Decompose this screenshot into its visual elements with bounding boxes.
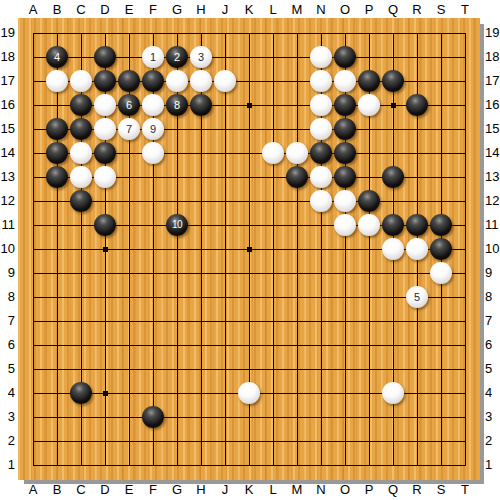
- col-label-top-P: P: [357, 2, 381, 18]
- stone-black-E17: [118, 70, 140, 92]
- col-label-top-S: S: [429, 2, 453, 18]
- stone-black-B15: [46, 118, 68, 140]
- stone-white-N17: [310, 70, 332, 92]
- star-point-D10: [103, 247, 108, 252]
- col-label-bottom-C: C: [69, 482, 93, 498]
- stone-black-B13: [46, 166, 68, 188]
- stone-white-G17: [166, 70, 188, 92]
- stone-white-P11: [358, 214, 380, 236]
- row-label-left-15: 15: [0, 121, 15, 137]
- col-label-bottom-M: M: [285, 482, 309, 498]
- stone-black-C16: [70, 94, 92, 116]
- col-label-top-J: J: [213, 2, 237, 18]
- row-label-left-5: 5: [0, 361, 15, 377]
- move-number-4: 4: [54, 52, 60, 63]
- row-label-right-7: 7: [485, 313, 500, 329]
- col-label-bottom-B: B: [45, 482, 69, 498]
- move-number-6: 6: [126, 100, 132, 111]
- row-label-left-18: 18: [0, 49, 15, 65]
- stone-white-D16: [94, 94, 116, 116]
- col-label-bottom-S: S: [429, 482, 453, 498]
- stone-black-F3: [142, 406, 164, 428]
- row-label-left-19: 19: [0, 25, 15, 41]
- col-label-top-C: C: [69, 2, 93, 18]
- row-label-left-4: 4: [0, 385, 15, 401]
- row-label-left-3: 3: [0, 409, 15, 425]
- stone-white-C14: [70, 142, 92, 164]
- stone-white-P16: [358, 94, 380, 116]
- col-label-top-E: E: [117, 2, 141, 18]
- stone-white-D15: [94, 118, 116, 140]
- stone-black-D11: [94, 214, 116, 236]
- stone-white-N18: [310, 46, 332, 68]
- row-label-left-12: 12: [0, 193, 15, 209]
- stone-black-P17: [358, 70, 380, 92]
- col-label-bottom-G: G: [165, 482, 189, 498]
- stone-white-S9: [430, 262, 452, 284]
- stone-black-O14: [334, 142, 356, 164]
- col-label-bottom-F: F: [141, 482, 165, 498]
- stone-white-N16: [310, 94, 332, 116]
- stone-white-E15: 7: [118, 118, 140, 140]
- col-label-top-M: M: [285, 2, 309, 18]
- row-label-left-13: 13: [0, 169, 15, 185]
- stone-white-J17: [214, 70, 236, 92]
- move-number-1: 1: [150, 52, 156, 63]
- stone-white-F18: 1: [142, 46, 164, 68]
- row-label-right-10: 10: [485, 241, 500, 257]
- stone-white-F14: [142, 142, 164, 164]
- stone-white-K4: [238, 382, 260, 404]
- col-label-top-Q: Q: [381, 2, 405, 18]
- col-label-top-T: T: [453, 2, 477, 18]
- stone-white-N13: [310, 166, 332, 188]
- row-label-left-17: 17: [0, 73, 15, 89]
- star-point-Q16: [391, 103, 396, 108]
- star-point-D4: [103, 391, 108, 396]
- stone-black-C15: [70, 118, 92, 140]
- row-label-right-12: 12: [485, 193, 500, 209]
- stone-black-S10: [430, 238, 452, 260]
- stone-white-O12: [334, 190, 356, 212]
- col-label-bottom-L: L: [261, 482, 285, 498]
- stone-white-C13: [70, 166, 92, 188]
- row-label-right-16: 16: [485, 97, 500, 113]
- stone-black-B14: [46, 142, 68, 164]
- stone-black-D14: [94, 142, 116, 164]
- stone-white-C17: [70, 70, 92, 92]
- stone-black-F17: [142, 70, 164, 92]
- star-point-K16: [247, 103, 252, 108]
- col-label-bottom-O: O: [333, 482, 357, 498]
- col-label-bottom-A: A: [21, 482, 45, 498]
- col-label-top-D: D: [93, 2, 117, 18]
- go-diagram-page: 41236879105 AABBCCDDEEFFGGHHJJKKLLMMNNOO…: [0, 0, 500, 500]
- col-label-top-H: H: [189, 2, 213, 18]
- row-label-right-18: 18: [485, 49, 500, 65]
- stone-black-G11: 10: [166, 214, 188, 236]
- col-label-top-F: F: [141, 2, 165, 18]
- stone-black-Q17: [382, 70, 404, 92]
- row-label-right-1: 1: [485, 457, 500, 473]
- col-label-bottom-R: R: [405, 482, 429, 498]
- stone-white-H18: 3: [190, 46, 212, 68]
- row-label-right-13: 13: [485, 169, 500, 185]
- row-label-right-11: 11: [485, 217, 500, 233]
- stone-black-R16: [406, 94, 428, 116]
- stone-white-Q10: [382, 238, 404, 260]
- row-label-left-11: 11: [0, 217, 15, 233]
- row-label-right-19: 19: [485, 25, 500, 41]
- go-board[interactable]: 41236879105: [18, 18, 480, 480]
- col-label-bottom-T: T: [453, 482, 477, 498]
- row-label-right-15: 15: [485, 121, 500, 137]
- stone-black-R11: [406, 214, 428, 236]
- stone-black-B18: 4: [46, 46, 68, 68]
- move-number-7: 7: [126, 124, 132, 135]
- col-label-top-K: K: [237, 2, 261, 18]
- stone-black-D18: [94, 46, 116, 68]
- stone-white-F15: 9: [142, 118, 164, 140]
- col-label-top-B: B: [45, 2, 69, 18]
- row-label-right-8: 8: [485, 289, 500, 305]
- row-label-left-16: 16: [0, 97, 15, 113]
- col-label-top-N: N: [309, 2, 333, 18]
- col-label-top-G: G: [165, 2, 189, 18]
- stone-white-L14: [262, 142, 284, 164]
- row-label-right-2: 2: [485, 433, 500, 449]
- row-label-left-10: 10: [0, 241, 15, 257]
- row-label-left-6: 6: [0, 337, 15, 353]
- stone-black-D17: [94, 70, 116, 92]
- row-label-left-9: 9: [0, 265, 15, 281]
- col-label-bottom-Q: Q: [381, 482, 405, 498]
- row-label-right-17: 17: [485, 73, 500, 89]
- col-label-bottom-E: E: [117, 482, 141, 498]
- stone-white-N15: [310, 118, 332, 140]
- stone-black-N14: [310, 142, 332, 164]
- stone-white-R8: 5: [406, 286, 428, 308]
- stone-black-Q13: [382, 166, 404, 188]
- stone-white-B17: [46, 70, 68, 92]
- col-label-bottom-P: P: [357, 482, 381, 498]
- stone-white-H17: [190, 70, 212, 92]
- stone-black-O15: [334, 118, 356, 140]
- stone-black-C12: [70, 190, 92, 212]
- stone-black-G16: 8: [166, 94, 188, 116]
- stone-black-G18: 2: [166, 46, 188, 68]
- stone-white-D13: [94, 166, 116, 188]
- col-label-bottom-D: D: [93, 482, 117, 498]
- move-number-10: 10: [172, 220, 182, 230]
- stone-black-O18: [334, 46, 356, 68]
- row-label-left-7: 7: [0, 313, 15, 329]
- stone-black-S11: [430, 214, 452, 236]
- stone-black-H16: [190, 94, 212, 116]
- col-label-top-A: A: [21, 2, 45, 18]
- row-label-right-6: 6: [485, 337, 500, 353]
- stone-black-O16: [334, 94, 356, 116]
- stone-black-O13: [334, 166, 356, 188]
- stone-black-C4: [70, 382, 92, 404]
- stone-white-M14: [286, 142, 308, 164]
- stone-white-N12: [310, 190, 332, 212]
- col-label-bottom-K: K: [237, 482, 261, 498]
- stone-black-P12: [358, 190, 380, 212]
- col-label-top-O: O: [333, 2, 357, 18]
- row-label-left-1: 1: [0, 457, 15, 473]
- stone-white-F16: [142, 94, 164, 116]
- col-label-bottom-H: H: [189, 482, 213, 498]
- col-label-top-R: R: [405, 2, 429, 18]
- move-number-3: 3: [198, 52, 204, 63]
- move-number-5: 5: [414, 292, 420, 303]
- row-label-right-3: 3: [485, 409, 500, 425]
- move-number-2: 2: [174, 52, 180, 63]
- move-number-8: 8: [174, 100, 180, 111]
- stone-white-O17: [334, 70, 356, 92]
- col-label-bottom-J: J: [213, 482, 237, 498]
- move-number-9: 9: [150, 124, 156, 135]
- row-label-right-4: 4: [485, 385, 500, 401]
- stone-black-M13: [286, 166, 308, 188]
- row-label-right-14: 14: [485, 145, 500, 161]
- stone-white-R10: [406, 238, 428, 260]
- row-label-right-9: 9: [485, 265, 500, 281]
- col-label-bottom-N: N: [309, 482, 333, 498]
- row-label-left-14: 14: [0, 145, 15, 161]
- stone-black-Q11: [382, 214, 404, 236]
- row-label-left-8: 8: [0, 289, 15, 305]
- stone-black-E16: 6: [118, 94, 140, 116]
- row-label-left-2: 2: [0, 433, 15, 449]
- col-label-top-L: L: [261, 2, 285, 18]
- stone-white-Q4: [382, 382, 404, 404]
- star-point-K10: [247, 247, 252, 252]
- stone-white-O11: [334, 214, 356, 236]
- row-label-right-5: 5: [485, 361, 500, 377]
